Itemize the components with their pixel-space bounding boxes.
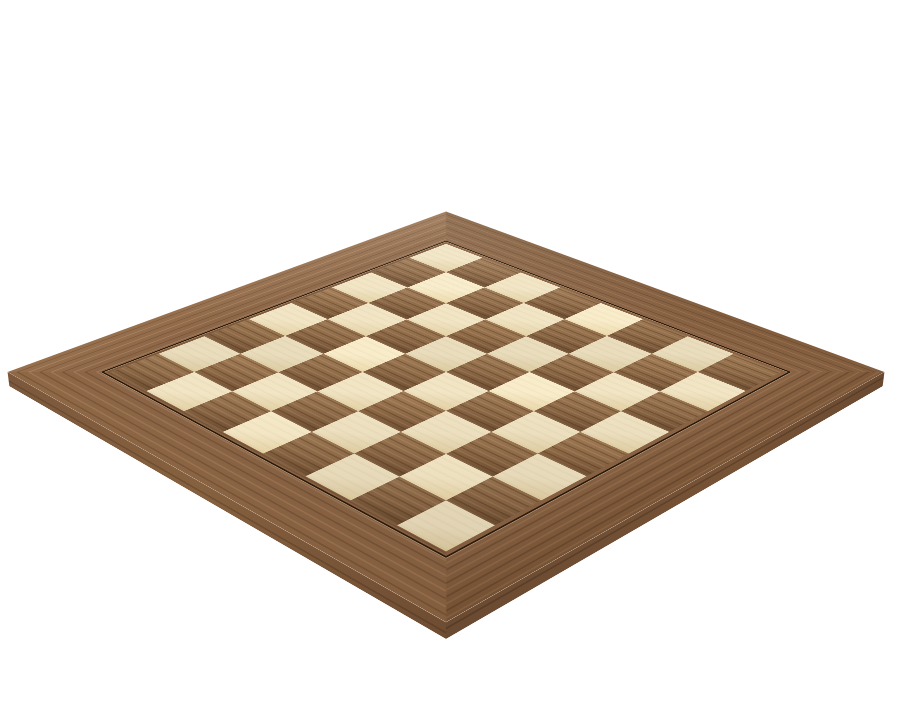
square-r8c3[interactable] — [184, 391, 271, 432]
board-top-face — [8, 211, 885, 622]
square-r4c6[interactable] — [489, 372, 575, 411]
square-r7c5[interactable] — [312, 411, 401, 454]
square-r5c6[interactable] — [446, 391, 533, 432]
square-r8c8[interactable] — [397, 500, 495, 551]
square-r3c7[interactable] — [574, 372, 660, 411]
product-photo — [0, 0, 900, 720]
square-r8c5[interactable] — [263, 432, 354, 477]
playing-area — [111, 244, 781, 552]
square-r4c7[interactable] — [533, 391, 620, 432]
square-r3c8[interactable] — [621, 391, 708, 432]
square-r7c4[interactable] — [271, 391, 358, 432]
square-r7c8[interactable] — [446, 476, 542, 525]
square-r7c7[interactable] — [399, 454, 493, 501]
square-r5c5[interactable] — [403, 372, 489, 411]
square-r6c7[interactable] — [446, 432, 537, 477]
square-r5c8[interactable] — [537, 432, 628, 477]
square-r8c6[interactable] — [306, 454, 400, 501]
square-r6c4[interactable] — [318, 372, 404, 411]
square-r8c2[interactable] — [146, 372, 232, 411]
square-r6c5[interactable] — [359, 391, 446, 432]
square-r6c6[interactable] — [401, 411, 490, 454]
square-r5c7[interactable] — [491, 411, 580, 454]
square-r7c6[interactable] — [355, 432, 446, 477]
board-frame-sw-edge — [8, 350, 510, 623]
square-r8c7[interactable] — [350, 476, 446, 525]
square-r2c8[interactable] — [660, 372, 746, 411]
board-scene — [0, 0, 900, 720]
board-frame-se-edge — [382, 350, 884, 623]
square-r6c8[interactable] — [493, 454, 587, 501]
chess-board — [8, 211, 885, 622]
square-r4c8[interactable] — [580, 411, 669, 454]
square-r7c3[interactable] — [232, 372, 318, 411]
square-r8c4[interactable] — [223, 411, 312, 454]
